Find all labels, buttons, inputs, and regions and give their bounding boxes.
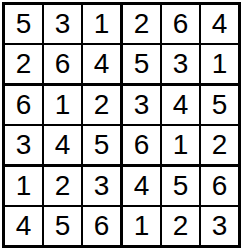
sudoku-cell-r1c1[interactable]: 5 [5,5,44,45]
sudoku-cell-r1c5[interactable]: 6 [162,5,201,45]
sudoku-cell-r3c1[interactable]: 6 [5,86,44,126]
sudoku-cell-r1c4[interactable]: 2 [123,5,162,45]
sudoku-cell-r2c4[interactable]: 5 [123,45,162,86]
sudoku-cell-r2c2[interactable]: 6 [44,45,83,86]
sudoku-cell-r5c3[interactable]: 3 [83,167,123,207]
sudoku-cell-r6c4[interactable]: 1 [123,207,162,245]
sudoku-cell-r1c2[interactable]: 3 [44,5,83,45]
sudoku-cell-r6c3[interactable]: 6 [83,207,123,245]
sudoku-cell-r4c5[interactable]: 1 [162,126,201,167]
sudoku-cell-r4c2[interactable]: 4 [44,126,83,167]
sudoku-cell-r2c3[interactable]: 4 [83,45,123,86]
sudoku-cell-r4c1[interactable]: 3 [5,126,44,167]
sudoku-board: 531264264531612345345612123456456123 [2,2,241,248]
sudoku-cell-r2c6[interactable]: 1 [201,45,238,86]
sudoku-cell-r3c5[interactable]: 4 [162,86,201,126]
sudoku-cell-r3c6[interactable]: 5 [201,86,238,126]
sudoku-cell-r4c6[interactable]: 2 [201,126,238,167]
sudoku-cell-r6c1[interactable]: 4 [5,207,44,245]
sudoku-cell-r2c1[interactable]: 2 [5,45,44,86]
sudoku-cell-r4c3[interactable]: 5 [83,126,123,167]
sudoku-cell-r5c1[interactable]: 1 [5,167,44,207]
sudoku-cell-r5c5[interactable]: 5 [162,167,201,207]
sudoku-cell-r3c2[interactable]: 1 [44,86,83,126]
sudoku-cell-r1c6[interactable]: 4 [201,5,238,45]
sudoku-cell-r6c6[interactable]: 3 [201,207,238,245]
sudoku-cell-r2c5[interactable]: 3 [162,45,201,86]
sudoku-cell-r4c4[interactable]: 6 [123,126,162,167]
sudoku-cell-r5c6[interactable]: 6 [201,167,238,207]
sudoku-cell-r3c4[interactable]: 3 [123,86,162,126]
sudoku-cell-r6c2[interactable]: 5 [44,207,83,245]
sudoku-cell-r5c2[interactable]: 2 [44,167,83,207]
sudoku-cell-r3c3[interactable]: 2 [83,86,123,126]
sudoku-cell-r6c5[interactable]: 2 [162,207,201,245]
sudoku-cell-r1c3[interactable]: 1 [83,5,123,45]
sudoku-cell-r5c4[interactable]: 4 [123,167,162,207]
